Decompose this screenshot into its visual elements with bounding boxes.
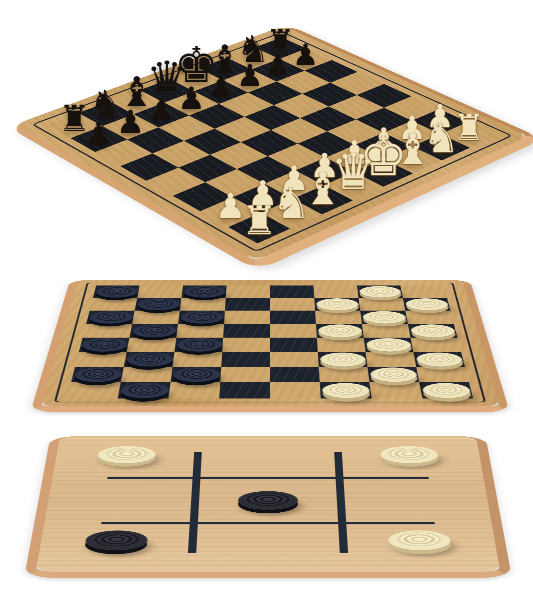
checkers-square-r3c0 (83, 324, 133, 338)
checkers-piece-white (316, 298, 359, 310)
checkers-piece-black (172, 367, 220, 382)
checkers-square-r6c1 (121, 367, 173, 383)
checkers-square-r1c3 (225, 298, 270, 311)
chess-board-surface (16, 26, 529, 261)
checkers-square-r7c6 (369, 382, 422, 398)
checkers-piece-black (131, 324, 177, 337)
chess-squares-grid (47, 37, 498, 243)
checkers-board-surface (41, 280, 499, 406)
checkers-square-r5c4 (270, 352, 319, 367)
checkers-square-r1c6 (359, 298, 406, 311)
checkers-square-r5c6 (366, 352, 417, 367)
checkers-square-r0c5 (313, 285, 358, 297)
checkers-square-r4c7 (411, 338, 462, 352)
checkers-square-r2c7 (405, 311, 454, 324)
checkers-square-r2c5 (315, 311, 362, 324)
checkers-board (30, 280, 509, 412)
checkers-square-r7c3 (219, 382, 270, 398)
checkers-square-r2c1 (132, 311, 180, 324)
checkers-piece-white (321, 383, 370, 398)
checkers-square-r7c4 (270, 382, 321, 398)
checkers-square-r3c4 (270, 324, 317, 338)
checkers-square-r1c2 (180, 298, 226, 311)
checkers-square-r3c2 (176, 324, 224, 338)
checkers-square-r6c4 (270, 367, 320, 383)
tictactoe-piece-white (387, 531, 451, 551)
checkers-square-r3c3 (223, 324, 270, 338)
checkers-square-r1c4 (270, 298, 315, 311)
checkers-square-r2c3 (224, 311, 270, 324)
checkers-piece-white (317, 324, 362, 337)
tictactoe-board (24, 436, 512, 578)
tictactoe-piece-white (379, 446, 439, 463)
checkers-square-r0c3 (226, 285, 270, 297)
tictactoe-piece-black (85, 531, 149, 551)
ttt-grid-line-horizontal-1 (107, 477, 429, 479)
checkers-piece-white (358, 286, 401, 298)
product-photo-stage: ♜♞♟♝♟♚♟♛♟♝♟♞♟♟♜♟♟♜♟♟♞♟♝♟♚♟♛♟♝♟♞♜ (0, 0, 533, 590)
checkers-square-r4c3 (222, 338, 270, 352)
checkers-square-r1c0 (90, 298, 138, 311)
checkers-piece-white (365, 338, 411, 351)
ttt-grid-line-vertical-2 (334, 452, 348, 553)
checkers-square-r3c6 (362, 324, 411, 338)
checkers-square-r5c3 (221, 352, 270, 367)
checkers-square-r5c0 (75, 352, 127, 367)
checkers-piece-black (176, 338, 222, 351)
tictactoe-piece-white (97, 446, 157, 463)
checkers-square-r0c1 (137, 285, 183, 297)
checkers-square-r4c4 (270, 338, 318, 352)
checkers-square-r4c1 (127, 338, 177, 352)
chess-board (8, 24, 533, 270)
checkers-square-r6c5 (319, 367, 370, 383)
tictactoe-board-surface (36, 436, 501, 572)
checkers-square-r7c2 (168, 382, 220, 398)
checkers-piece-black (180, 311, 224, 323)
checkers-square-r5c2 (173, 352, 223, 367)
checkers-square-r0c4 (270, 285, 314, 297)
checkers-square-r2c4 (270, 311, 316, 324)
checkers-square-r4c5 (317, 338, 366, 352)
ttt-grid-line-horizontal-2 (101, 522, 435, 525)
checkers-piece-white (319, 352, 366, 366)
checkers-piece-white (362, 311, 407, 323)
ttt-grid-line-vertical-1 (188, 452, 202, 553)
checkers-piece-black (136, 298, 180, 310)
checkers-square-r6c7 (416, 367, 469, 383)
checkers-piece-black (183, 286, 225, 298)
checkers-square-r6c3 (220, 367, 270, 383)
checkers-square-r0c7 (400, 285, 447, 297)
tictactoe-piece-black (238, 491, 298, 509)
checkers-square-r7c0 (67, 382, 121, 398)
